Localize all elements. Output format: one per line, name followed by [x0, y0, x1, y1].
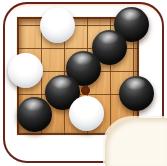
stone-gloss — [14, 55, 36, 67]
stone-gloss — [23, 99, 45, 111]
white-stone — [8, 53, 43, 88]
stone-gloss — [46, 10, 68, 22]
black-stone — [119, 76, 154, 111]
stone-gloss — [72, 53, 94, 65]
stone-gloss — [120, 9, 142, 21]
stone-gloss — [75, 98, 97, 110]
stone-gloss — [125, 78, 147, 90]
white-stone — [69, 96, 104, 131]
black-stone — [17, 97, 52, 132]
white-stone — [40, 8, 75, 43]
star-point — [81, 86, 90, 95]
publisher-badge — [105, 118, 167, 166]
stone-gloss — [51, 77, 73, 89]
stone-gloss — [98, 32, 120, 44]
gomoku-app-icon[interactable] — [0, 0, 167, 166]
